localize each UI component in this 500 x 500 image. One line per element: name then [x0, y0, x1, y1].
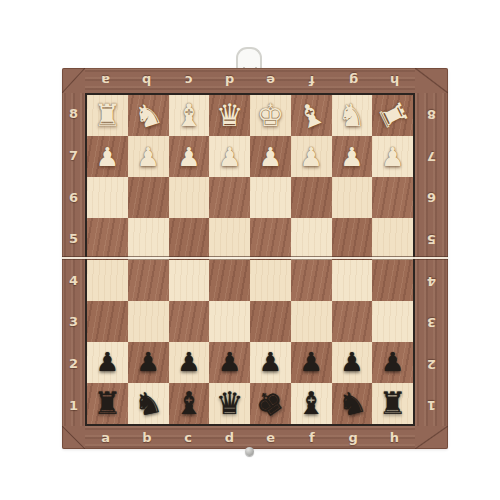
white-pawn-a7: ♟ — [96, 144, 119, 170]
chess-board: abcdefgh abcdefgh 87654321 87654321 ♜♞♝♛… — [62, 68, 448, 449]
black-rook-a1: ♜ — [93, 388, 121, 419]
rank-label-left-4: 4 — [62, 260, 85, 302]
rank-label-left-2: 2 — [62, 343, 85, 385]
square-a2: ♟ — [87, 342, 128, 383]
square-e3 — [250, 301, 291, 342]
white-queen-d8: ♛ — [216, 100, 244, 131]
black-pawn-a2: ♟ — [96, 349, 119, 375]
black-pawn-c2: ♟ — [177, 349, 200, 375]
square-c5 — [169, 218, 210, 259]
square-b5 — [128, 218, 169, 259]
square-e6 — [250, 177, 291, 218]
file-label-bottom-a: a — [85, 426, 126, 449]
square-f2: ♟ — [291, 342, 332, 383]
square-e5 — [250, 218, 291, 259]
square-d6 — [209, 177, 250, 218]
file-label-bottom-c: c — [168, 426, 209, 449]
black-rook-h1: ♜ — [379, 388, 407, 419]
black-bishop-c1: ♝ — [175, 388, 203, 419]
square-g1: ♞ — [332, 383, 373, 424]
square-a1: ♜ — [87, 383, 128, 424]
black-pawn-e2: ♟ — [259, 349, 282, 375]
square-d5 — [209, 218, 250, 259]
white-pawn-d7: ♟ — [218, 144, 241, 170]
rank-label-left-3: 3 — [62, 301, 85, 343]
square-c4 — [169, 260, 210, 301]
square-d2: ♟ — [209, 342, 250, 383]
rank-label-right-7: 7 — [415, 135, 448, 177]
square-b3 — [128, 301, 169, 342]
square-f3 — [291, 301, 332, 342]
rank-label-left-7: 7 — [62, 135, 85, 177]
product-photo: abcdefgh abcdefgh 87654321 87654321 ♜♞♝♛… — [0, 0, 500, 500]
black-bishop-f1: ♝ — [297, 388, 325, 419]
rank-label-left-5: 5 — [62, 218, 85, 260]
square-a5 — [87, 218, 128, 259]
square-c2: ♟ — [169, 342, 210, 383]
square-c7: ♟ — [169, 136, 210, 177]
black-queen-d1: ♛ — [216, 388, 244, 419]
square-b6 — [128, 177, 169, 218]
file-label-top-b: b — [126, 68, 167, 93]
square-d3 — [209, 301, 250, 342]
square-g5 — [332, 218, 373, 259]
file-label-top-a: a — [85, 68, 126, 93]
square-d1: ♛ — [209, 383, 250, 424]
square-g2: ♟ — [332, 342, 373, 383]
square-a4 — [87, 260, 128, 301]
square-c8: ♝ — [169, 95, 210, 136]
square-f8: ♝ — [291, 95, 332, 136]
frame-miter-bottom-right — [415, 426, 448, 449]
white-pawn-c7: ♟ — [177, 144, 200, 170]
file-label-bottom-e: e — [250, 426, 291, 449]
white-pawn-g7: ♟ — [340, 144, 363, 170]
white-pawn-h7: ♟ — [381, 144, 404, 170]
square-a3 — [87, 301, 128, 342]
rank-label-right-5: 5 — [415, 218, 448, 260]
white-pawn-e7: ♟ — [259, 144, 282, 170]
square-g6 — [332, 177, 373, 218]
black-pawn-b2: ♟ — [136, 349, 159, 375]
rank-label-right-1: 1 — [415, 384, 448, 426]
files-bottom: abcdefgh — [85, 426, 415, 449]
square-f7: ♟ — [291, 136, 332, 177]
file-label-top-f: f — [291, 68, 332, 93]
white-knight-g8: ♞ — [338, 100, 366, 131]
file-label-bottom-f: f — [291, 426, 332, 449]
black-knight-g1: ♞ — [335, 385, 369, 422]
square-b8: ♞ — [128, 95, 169, 136]
square-g3 — [332, 301, 373, 342]
frame-miter-bottom-left — [62, 426, 85, 449]
rank-label-right-3: 3 — [415, 301, 448, 343]
rank-label-right-8: 8 — [415, 93, 448, 135]
white-rook-a8: ♜ — [93, 100, 121, 131]
square-d7: ♟ — [209, 136, 250, 177]
black-pawn-d2: ♟ — [218, 349, 241, 375]
square-a7: ♟ — [87, 136, 128, 177]
rank-label-left-1: 1 — [62, 384, 85, 426]
square-b2: ♟ — [128, 342, 169, 383]
hinge-seam — [62, 256, 448, 260]
square-c1: ♝ — [169, 383, 210, 424]
files-top: abcdefgh — [85, 68, 415, 93]
black-king-e1: ♚ — [250, 383, 291, 424]
square-f4 — [291, 260, 332, 301]
white-bishop-f8: ♝ — [292, 96, 329, 135]
square-b1: ♞ — [128, 383, 169, 424]
white-pawn-f7: ♟ — [299, 144, 322, 170]
square-c6 — [169, 177, 210, 218]
square-c3 — [169, 301, 210, 342]
file-label-bottom-b: b — [126, 426, 167, 449]
square-d8: ♛ — [209, 95, 250, 136]
square-e2: ♟ — [250, 342, 291, 383]
frame-miter-top-left — [62, 68, 85, 93]
file-label-top-c: c — [168, 68, 209, 93]
square-b7: ♟ — [128, 136, 169, 177]
rank-label-left-8: 8 — [62, 93, 85, 135]
square-g7: ♟ — [332, 136, 373, 177]
square-h2: ♟ — [372, 342, 413, 383]
square-h8: ♜ — [372, 95, 413, 136]
white-bishop-c8: ♝ — [175, 100, 203, 131]
black-pawn-h2: ♟ — [381, 349, 404, 375]
file-label-bottom-d: d — [209, 426, 250, 449]
square-h1: ♜ — [372, 383, 413, 424]
white-king-e8: ♚ — [256, 100, 284, 131]
square-g4 — [332, 260, 373, 301]
square-g8: ♞ — [332, 95, 373, 136]
square-e7: ♟ — [250, 136, 291, 177]
file-label-top-h: h — [374, 68, 415, 93]
square-f1: ♝ — [291, 383, 332, 424]
white-knight-b8: ♞ — [130, 97, 166, 135]
square-h6 — [372, 177, 413, 218]
closure-pin-icon — [245, 447, 254, 456]
white-pawn-b7: ♟ — [136, 144, 159, 170]
square-b4 — [128, 260, 169, 301]
rank-label-right-2: 2 — [415, 343, 448, 385]
file-label-bottom-g: g — [333, 426, 374, 449]
square-d4 — [209, 260, 250, 301]
square-h7: ♟ — [372, 136, 413, 177]
square-h3 — [372, 301, 413, 342]
file-label-top-g: g — [333, 68, 374, 93]
square-a6 — [87, 177, 128, 218]
square-e8: ♚ — [250, 95, 291, 136]
file-label-top-e: e — [250, 68, 291, 93]
rank-label-right-6: 6 — [415, 176, 448, 218]
square-f5 — [291, 218, 332, 259]
square-h4 — [372, 260, 413, 301]
square-a8: ♜ — [87, 95, 128, 136]
square-e1: ♚ — [250, 383, 291, 424]
file-label-bottom-h: h — [374, 426, 415, 449]
black-pawn-f2: ♟ — [299, 349, 322, 375]
square-e4 — [250, 260, 291, 301]
black-pawn-g2: ♟ — [340, 349, 363, 375]
frame-miter-top-right — [415, 68, 448, 93]
rank-label-left-6: 6 — [62, 176, 85, 218]
square-h5 — [372, 218, 413, 259]
square-f6 — [291, 177, 332, 218]
rank-label-right-4: 4 — [415, 260, 448, 302]
black-knight-b1: ♞ — [131, 385, 165, 421]
white-rook-h8: ♜ — [373, 96, 413, 135]
file-label-top-d: d — [209, 68, 250, 93]
